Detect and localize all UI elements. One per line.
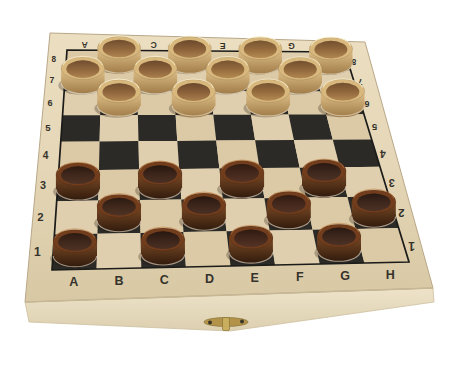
square-f1[interactable] xyxy=(270,230,320,265)
piece-dark-d2[interactable] xyxy=(179,192,226,231)
rank-label-right-6: 6 xyxy=(364,98,369,108)
rank-label-left-4: 4 xyxy=(43,150,49,161)
piece-dark-g1[interactable] xyxy=(314,223,361,262)
piece-dark-a1[interactable] xyxy=(50,229,97,268)
square-e5[interactable] xyxy=(213,115,255,141)
square-a2[interactable] xyxy=(54,201,98,235)
square-d4[interactable] xyxy=(177,141,219,169)
piece-dark-b2[interactable] xyxy=(94,194,141,233)
rank-label-left-5: 5 xyxy=(45,122,51,133)
rank-label-left-3: 3 xyxy=(40,179,46,191)
file-label-bottom-c: C xyxy=(160,273,169,287)
square-b1[interactable] xyxy=(97,233,142,269)
piece-dark-e3[interactable] xyxy=(217,160,264,199)
rank-label-right-2: 2 xyxy=(398,207,404,219)
file-label-bottom-e: E xyxy=(250,271,258,285)
square-f5[interactable] xyxy=(251,115,294,141)
piece-dark-f2[interactable] xyxy=(264,191,311,230)
square-b5[interactable] xyxy=(100,115,139,141)
rank-label-right-4: 4 xyxy=(380,148,386,159)
photo-scene: AABBCCDDEEFFGGHH8877665544332211 xyxy=(0,0,450,365)
piece-dark-g3[interactable] xyxy=(299,159,346,198)
rank-label-left-7: 7 xyxy=(50,75,55,85)
file-label-top-a: A xyxy=(82,40,88,50)
file-label-bottom-b: B xyxy=(114,274,123,288)
piece-light-f6[interactable] xyxy=(244,79,291,117)
piece-dark-a3[interactable] xyxy=(53,162,100,201)
rank-label-right-3: 3 xyxy=(389,177,395,189)
rank-label-left-2: 2 xyxy=(37,211,43,223)
file-label-bottom-a: A xyxy=(69,275,78,289)
piece-dark-c3[interactable] xyxy=(135,161,182,200)
square-c6[interactable] xyxy=(137,91,175,115)
piece-dark-h2[interactable] xyxy=(349,189,396,228)
square-b4[interactable] xyxy=(99,141,139,170)
piece-light-d6[interactable] xyxy=(169,79,216,117)
square-g5[interactable] xyxy=(289,115,333,141)
piece-dark-c1[interactable] xyxy=(138,227,185,266)
square-a6[interactable] xyxy=(63,91,101,115)
rank-label-right-1: 1 xyxy=(408,239,415,253)
square-c5[interactable] xyxy=(138,115,177,141)
rank-label-left-8: 8 xyxy=(51,55,56,64)
file-label-top-g: G xyxy=(288,41,295,51)
rank-label-left-6: 6 xyxy=(47,98,52,108)
square-a5[interactable] xyxy=(61,115,100,142)
file-label-top-e: E xyxy=(219,41,225,51)
file-label-bottom-f: F xyxy=(296,270,304,284)
file-label-bottom-h: H xyxy=(386,268,395,282)
rank-label-left-1: 1 xyxy=(34,245,41,259)
piece-light-h6[interactable] xyxy=(318,79,365,118)
piece-dark-e1[interactable] xyxy=(226,225,273,264)
checkers-board: AABBCCDDEEFFGGHH8877665544332211 xyxy=(0,0,450,365)
file-label-bottom-g: G xyxy=(340,269,350,283)
file-label-bottom-d: D xyxy=(205,272,214,286)
piece-light-b6[interactable] xyxy=(94,79,141,118)
rank-label-right-5: 5 xyxy=(371,122,377,133)
square-f4[interactable] xyxy=(255,140,300,168)
square-d5[interactable] xyxy=(176,115,217,141)
file-label-top-c: C xyxy=(151,40,157,50)
square-d1[interactable] xyxy=(184,231,231,267)
